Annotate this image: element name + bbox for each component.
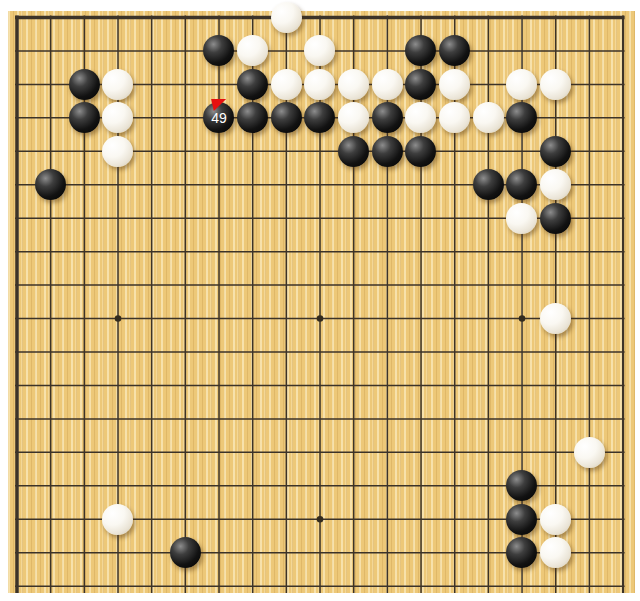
intersection-L15[interactable]: ●: [337, 135, 371, 168]
intersection-O12[interactable]: [438, 235, 472, 268]
intersection-P11[interactable]: [471, 268, 505, 301]
intersection-N10[interactable]: [404, 302, 438, 335]
intersection-C2[interactable]: [68, 569, 102, 601]
intersection-D2[interactable]: [101, 569, 135, 601]
intersection-P18[interactable]: [471, 34, 505, 67]
intersection-K16[interactable]: ●: [303, 101, 337, 134]
intersection-K15[interactable]: [303, 135, 337, 168]
intersection-K7[interactable]: [303, 402, 337, 435]
intersection-G19[interactable]: [202, 1, 236, 34]
intersection-S18[interactable]: [572, 34, 606, 67]
intersection-M3[interactable]: [370, 536, 404, 569]
intersection-H19[interactable]: [236, 1, 270, 34]
intersection-P2[interactable]: [471, 569, 505, 601]
intersection-H12[interactable]: [236, 235, 270, 268]
intersection-E6[interactable]: [135, 435, 169, 468]
intersection-L2[interactable]: [337, 569, 371, 601]
intersection-L7[interactable]: [337, 402, 371, 435]
intersection-H13[interactable]: [236, 201, 270, 234]
intersection-A10[interactable]: [0, 302, 34, 335]
intersection-Q11[interactable]: [505, 268, 539, 301]
intersection-J14[interactable]: [269, 168, 303, 201]
intersection-K5[interactable]: [303, 469, 337, 502]
intersection-S19[interactable]: [572, 1, 606, 34]
intersection-Q3[interactable]: ●: [505, 536, 539, 569]
intersection-F15[interactable]: [168, 135, 202, 168]
intersection-R2[interactable]: [539, 569, 573, 601]
intersection-C11[interactable]: [68, 268, 102, 301]
intersection-S2[interactable]: [572, 569, 606, 601]
intersection-C9[interactable]: [68, 335, 102, 368]
intersection-M19[interactable]: [370, 1, 404, 34]
intersection-B12[interactable]: [34, 235, 68, 268]
intersection-F10[interactable]: [168, 302, 202, 335]
intersection-T3[interactable]: [606, 536, 640, 569]
intersection-P5[interactable]: [471, 469, 505, 502]
intersection-E13[interactable]: [135, 201, 169, 234]
intersection-F2[interactable]: [168, 569, 202, 601]
intersection-A4[interactable]: [0, 502, 34, 535]
intersection-K18[interactable]: ○: [303, 34, 337, 67]
intersection-P15[interactable]: [471, 135, 505, 168]
intersection-J9[interactable]: [269, 335, 303, 368]
intersection-B8[interactable]: [34, 369, 68, 402]
intersection-H9[interactable]: [236, 335, 270, 368]
intersection-D17[interactable]: ○: [101, 68, 135, 101]
intersection-H14[interactable]: [236, 168, 270, 201]
intersection-F9[interactable]: [168, 335, 202, 368]
intersection-J4[interactable]: [269, 502, 303, 535]
intersection-T4[interactable]: [606, 502, 640, 535]
intersection-C8[interactable]: [68, 369, 102, 402]
intersection-L4[interactable]: [337, 502, 371, 535]
intersection-T13[interactable]: [606, 201, 640, 234]
intersection-L18[interactable]: [337, 34, 371, 67]
intersection-L3[interactable]: [337, 536, 371, 569]
intersection-Q12[interactable]: [505, 235, 539, 268]
intersection-Q16[interactable]: ●: [505, 101, 539, 134]
intersection-E15[interactable]: [135, 135, 169, 168]
intersection-H11[interactable]: [236, 268, 270, 301]
intersection-R17[interactable]: ○: [539, 68, 573, 101]
intersection-N15[interactable]: ●: [404, 135, 438, 168]
intersection-N6[interactable]: [404, 435, 438, 468]
intersection-H16[interactable]: ●: [236, 101, 270, 134]
intersection-H15[interactable]: [236, 135, 270, 168]
intersection-E5[interactable]: [135, 469, 169, 502]
intersection-C19[interactable]: [68, 1, 102, 34]
intersection-S17[interactable]: [572, 68, 606, 101]
intersection-J3[interactable]: [269, 536, 303, 569]
intersection-T8[interactable]: [606, 369, 640, 402]
intersection-P9[interactable]: [471, 335, 505, 368]
intersection-J18[interactable]: [269, 34, 303, 67]
intersection-B10[interactable]: [34, 302, 68, 335]
intersection-A3[interactable]: [0, 536, 34, 569]
intersection-M8[interactable]: [370, 369, 404, 402]
intersection-O13[interactable]: [438, 201, 472, 234]
intersection-K2[interactable]: [303, 569, 337, 601]
intersection-R19[interactable]: [539, 1, 573, 34]
intersection-B13[interactable]: [34, 201, 68, 234]
intersection-R4[interactable]: ○: [539, 502, 573, 535]
intersection-D11[interactable]: [101, 268, 135, 301]
intersection-G17[interactable]: [202, 68, 236, 101]
intersection-E2[interactable]: [135, 569, 169, 601]
intersection-M18[interactable]: [370, 34, 404, 67]
intersection-A12[interactable]: [0, 235, 34, 268]
intersection-P19[interactable]: [471, 1, 505, 34]
intersection-N18[interactable]: ●: [404, 34, 438, 67]
intersection-D4[interactable]: ○: [101, 502, 135, 535]
intersection-A9[interactable]: [0, 335, 34, 368]
intersection-B7[interactable]: [34, 402, 68, 435]
intersection-H6[interactable]: [236, 435, 270, 468]
intersection-H4[interactable]: [236, 502, 270, 535]
intersection-L6[interactable]: [337, 435, 371, 468]
intersection-B15[interactable]: [34, 135, 68, 168]
intersection-O4[interactable]: [438, 502, 472, 535]
intersection-S3[interactable]: [572, 536, 606, 569]
intersection-B17[interactable]: [34, 68, 68, 101]
intersection-E19[interactable]: [135, 1, 169, 34]
intersection-L10[interactable]: [337, 302, 371, 335]
intersection-G12[interactable]: [202, 235, 236, 268]
intersection-P17[interactable]: [471, 68, 505, 101]
intersection-M12[interactable]: [370, 235, 404, 268]
intersection-M14[interactable]: [370, 168, 404, 201]
intersection-J7[interactable]: [269, 402, 303, 435]
intersection-O11[interactable]: [438, 268, 472, 301]
intersection-F8[interactable]: [168, 369, 202, 402]
intersection-B6[interactable]: [34, 435, 68, 468]
intersection-T15[interactable]: [606, 135, 640, 168]
intersection-K11[interactable]: [303, 268, 337, 301]
intersection-F3[interactable]: ●: [168, 536, 202, 569]
intersection-O5[interactable]: [438, 469, 472, 502]
intersection-Q8[interactable]: [505, 369, 539, 402]
intersection-N12[interactable]: [404, 235, 438, 268]
intersection-K14[interactable]: [303, 168, 337, 201]
intersection-J19[interactable]: ○: [269, 1, 303, 34]
intersection-M9[interactable]: [370, 335, 404, 368]
intersection-G10[interactable]: [202, 302, 236, 335]
intersection-E18[interactable]: [135, 34, 169, 67]
intersection-N9[interactable]: [404, 335, 438, 368]
intersection-T14[interactable]: [606, 168, 640, 201]
intersection-J16[interactable]: ●: [269, 101, 303, 134]
intersection-E4[interactable]: [135, 502, 169, 535]
intersection-T9[interactable]: [606, 335, 640, 368]
intersection-P6[interactable]: [471, 435, 505, 468]
intersection-R18[interactable]: [539, 34, 573, 67]
intersection-G2[interactable]: [202, 569, 236, 601]
intersection-Q15[interactable]: [505, 135, 539, 168]
intersection-L13[interactable]: [337, 201, 371, 234]
intersection-B19[interactable]: [34, 1, 68, 34]
intersection-G4[interactable]: [202, 502, 236, 535]
intersection-O6[interactable]: [438, 435, 472, 468]
intersection-O7[interactable]: [438, 402, 472, 435]
intersection-P8[interactable]: [471, 369, 505, 402]
intersection-J5[interactable]: [269, 469, 303, 502]
intersection-F18[interactable]: [168, 34, 202, 67]
intersection-J17[interactable]: ○: [269, 68, 303, 101]
intersection-K8[interactable]: [303, 369, 337, 402]
intersection-Q13[interactable]: ○: [505, 201, 539, 234]
intersection-G14[interactable]: [202, 168, 236, 201]
intersection-N4[interactable]: [404, 502, 438, 535]
intersection-A18[interactable]: [0, 34, 34, 67]
intersection-D10[interactable]: [101, 302, 135, 335]
intersection-S11[interactable]: [572, 268, 606, 301]
intersection-A16[interactable]: [0, 101, 34, 134]
intersection-E3[interactable]: [135, 536, 169, 569]
intersection-N5[interactable]: [404, 469, 438, 502]
intersection-R12[interactable]: [539, 235, 573, 268]
intersection-M13[interactable]: [370, 201, 404, 234]
intersection-T7[interactable]: [606, 402, 640, 435]
intersection-L16[interactable]: ○: [337, 101, 371, 134]
intersection-K13[interactable]: [303, 201, 337, 234]
intersection-S15[interactable]: [572, 135, 606, 168]
intersection-S4[interactable]: [572, 502, 606, 535]
intersection-Q7[interactable]: [505, 402, 539, 435]
intersection-T2[interactable]: [606, 569, 640, 601]
intersection-S10[interactable]: [572, 302, 606, 335]
intersection-O18[interactable]: ●: [438, 34, 472, 67]
intersection-F17[interactable]: [168, 68, 202, 101]
intersection-D12[interactable]: [101, 235, 135, 268]
intersection-N19[interactable]: [404, 1, 438, 34]
intersection-A17[interactable]: [0, 68, 34, 101]
intersection-E12[interactable]: [135, 235, 169, 268]
intersection-J13[interactable]: [269, 201, 303, 234]
intersection-N7[interactable]: [404, 402, 438, 435]
intersection-T18[interactable]: [606, 34, 640, 67]
intersection-R13[interactable]: ●: [539, 201, 573, 234]
intersection-A19[interactable]: [0, 1, 34, 34]
intersection-C5[interactable]: [68, 469, 102, 502]
intersection-N8[interactable]: [404, 369, 438, 402]
intersection-E10[interactable]: [135, 302, 169, 335]
intersection-C7[interactable]: [68, 402, 102, 435]
intersection-C3[interactable]: [68, 536, 102, 569]
intersection-T6[interactable]: [606, 435, 640, 468]
intersection-A6[interactable]: [0, 435, 34, 468]
intersection-J6[interactable]: [269, 435, 303, 468]
intersection-P3[interactable]: [471, 536, 505, 569]
intersection-G5[interactable]: [202, 469, 236, 502]
intersection-L9[interactable]: [337, 335, 371, 368]
intersection-L12[interactable]: [337, 235, 371, 268]
intersection-N3[interactable]: [404, 536, 438, 569]
intersection-K17[interactable]: ○: [303, 68, 337, 101]
intersection-A11[interactable]: [0, 268, 34, 301]
intersection-P10[interactable]: [471, 302, 505, 335]
intersection-C4[interactable]: [68, 502, 102, 535]
intersection-P4[interactable]: [471, 502, 505, 535]
intersection-L8[interactable]: [337, 369, 371, 402]
intersection-M5[interactable]: [370, 469, 404, 502]
intersection-T10[interactable]: [606, 302, 640, 335]
intersection-H18[interactable]: ○: [236, 34, 270, 67]
intersection-O10[interactable]: [438, 302, 472, 335]
intersection-D3[interactable]: [101, 536, 135, 569]
intersection-M16[interactable]: ●: [370, 101, 404, 134]
intersection-J10[interactable]: [269, 302, 303, 335]
intersection-L11[interactable]: [337, 268, 371, 301]
intersection-K12[interactable]: [303, 235, 337, 268]
intersection-R14[interactable]: ○: [539, 168, 573, 201]
intersection-D9[interactable]: [101, 335, 135, 368]
intersection-H8[interactable]: [236, 369, 270, 402]
intersection-O3[interactable]: [438, 536, 472, 569]
intersection-Q10[interactable]: [505, 302, 539, 335]
intersection-F13[interactable]: [168, 201, 202, 234]
intersection-O17[interactable]: ○: [438, 68, 472, 101]
intersection-C10[interactable]: [68, 302, 102, 335]
intersection-A5[interactable]: [0, 469, 34, 502]
intersection-M4[interactable]: [370, 502, 404, 535]
intersection-D16[interactable]: ○: [101, 101, 135, 134]
intersection-M7[interactable]: [370, 402, 404, 435]
intersection-C14[interactable]: [68, 168, 102, 201]
intersection-G8[interactable]: [202, 369, 236, 402]
intersection-M2[interactable]: [370, 569, 404, 601]
intersection-M15[interactable]: ●: [370, 135, 404, 168]
intersection-O2[interactable]: [438, 569, 472, 601]
intersection-O15[interactable]: [438, 135, 472, 168]
intersection-A8[interactable]: [0, 369, 34, 402]
intersection-G18[interactable]: ●: [202, 34, 236, 67]
intersection-A14[interactable]: [0, 168, 34, 201]
intersection-F14[interactable]: [168, 168, 202, 201]
intersection-M6[interactable]: [370, 435, 404, 468]
intersection-T17[interactable]: [606, 68, 640, 101]
intersection-E8[interactable]: [135, 369, 169, 402]
intersection-F4[interactable]: [168, 502, 202, 535]
intersection-P13[interactable]: [471, 201, 505, 234]
intersection-Q2[interactable]: [505, 569, 539, 601]
intersection-R5[interactable]: [539, 469, 573, 502]
intersection-E11[interactable]: [135, 268, 169, 301]
intersection-H2[interactable]: [236, 569, 270, 601]
intersection-Q4[interactable]: ●: [505, 502, 539, 535]
intersection-F19[interactable]: [168, 1, 202, 34]
intersection-S6[interactable]: ○: [572, 435, 606, 468]
intersection-D15[interactable]: ○: [101, 135, 135, 168]
intersection-T16[interactable]: [606, 101, 640, 134]
intersection-B18[interactable]: [34, 34, 68, 67]
intersection-S13[interactable]: [572, 201, 606, 234]
intersection-Q6[interactable]: [505, 435, 539, 468]
intersection-D18[interactable]: [101, 34, 135, 67]
intersection-N17[interactable]: ●: [404, 68, 438, 101]
intersection-T11[interactable]: [606, 268, 640, 301]
intersection-C13[interactable]: [68, 201, 102, 234]
intersection-S8[interactable]: [572, 369, 606, 402]
intersection-R10[interactable]: ○: [539, 302, 573, 335]
intersection-R9[interactable]: [539, 335, 573, 368]
intersection-E9[interactable]: [135, 335, 169, 368]
intersection-J15[interactable]: [269, 135, 303, 168]
intersection-D8[interactable]: [101, 369, 135, 402]
intersection-Q18[interactable]: [505, 34, 539, 67]
intersection-Q9[interactable]: [505, 335, 539, 368]
intersection-H10[interactable]: [236, 302, 270, 335]
intersection-M17[interactable]: ○: [370, 68, 404, 101]
intersection-G11[interactable]: [202, 268, 236, 301]
intersection-G16[interactable]: ●49: [202, 101, 236, 134]
intersection-D13[interactable]: [101, 201, 135, 234]
intersection-B3[interactable]: [34, 536, 68, 569]
intersection-F7[interactable]: [168, 402, 202, 435]
intersection-P14[interactable]: ●: [471, 168, 505, 201]
intersection-D14[interactable]: [101, 168, 135, 201]
intersection-K3[interactable]: [303, 536, 337, 569]
intersection-A2[interactable]: [0, 569, 34, 601]
intersection-P16[interactable]: ○: [471, 101, 505, 134]
intersection-N14[interactable]: [404, 168, 438, 201]
intersection-S12[interactable]: [572, 235, 606, 268]
intersection-E17[interactable]: [135, 68, 169, 101]
intersection-E14[interactable]: [135, 168, 169, 201]
intersection-P12[interactable]: [471, 235, 505, 268]
intersection-M11[interactable]: [370, 268, 404, 301]
intersection-B5[interactable]: [34, 469, 68, 502]
intersection-J12[interactable]: [269, 235, 303, 268]
intersection-G13[interactable]: [202, 201, 236, 234]
intersection-C12[interactable]: [68, 235, 102, 268]
intersection-S7[interactable]: [572, 402, 606, 435]
intersection-G15[interactable]: [202, 135, 236, 168]
intersection-R7[interactable]: [539, 402, 573, 435]
intersection-S14[interactable]: [572, 168, 606, 201]
intersection-F16[interactable]: [168, 101, 202, 134]
intersection-R16[interactable]: [539, 101, 573, 134]
intersection-B16[interactable]: [34, 101, 68, 134]
intersection-K19[interactable]: [303, 1, 337, 34]
intersection-Q19[interactable]: [505, 1, 539, 34]
intersection-J11[interactable]: [269, 268, 303, 301]
intersection-P7[interactable]: [471, 402, 505, 435]
intersection-L5[interactable]: [337, 469, 371, 502]
intersection-D6[interactable]: [101, 435, 135, 468]
intersection-N11[interactable]: [404, 268, 438, 301]
intersection-C16[interactable]: ●: [68, 101, 102, 134]
intersection-F6[interactable]: [168, 435, 202, 468]
intersection-D7[interactable]: [101, 402, 135, 435]
intersection-R3[interactable]: ○: [539, 536, 573, 569]
intersection-F11[interactable]: [168, 268, 202, 301]
intersection-C15[interactable]: [68, 135, 102, 168]
intersection-O16[interactable]: ○: [438, 101, 472, 134]
go-board[interactable]: ○●○○●●●○●○○○○●○○○●○●49●●●○●○○○●○●●●●●●●○…: [0, 1, 639, 601]
intersection-B2[interactable]: [34, 569, 68, 601]
intersection-H17[interactable]: ●: [236, 68, 270, 101]
intersection-K6[interactable]: [303, 435, 337, 468]
intersection-S9[interactable]: [572, 335, 606, 368]
intersection-T19[interactable]: [606, 1, 640, 34]
intersection-O14[interactable]: [438, 168, 472, 201]
intersection-T5[interactable]: [606, 469, 640, 502]
intersection-N2[interactable]: [404, 569, 438, 601]
intersection-Q14[interactable]: ●: [505, 168, 539, 201]
intersection-K10[interactable]: [303, 302, 337, 335]
intersection-O9[interactable]: [438, 335, 472, 368]
intersection-B9[interactable]: [34, 335, 68, 368]
